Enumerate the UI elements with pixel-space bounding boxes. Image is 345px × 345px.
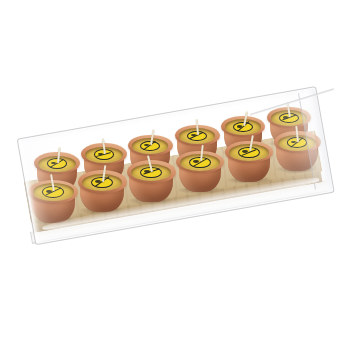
product-photo-scene — [0, 0, 345, 345]
plastic-box-bottom-sheen — [42, 174, 321, 234]
candle-gift-set — [0, 0, 345, 345]
plastic-box-right-crease — [298, 92, 324, 190]
clear-plastic-box — [17, 86, 335, 245]
